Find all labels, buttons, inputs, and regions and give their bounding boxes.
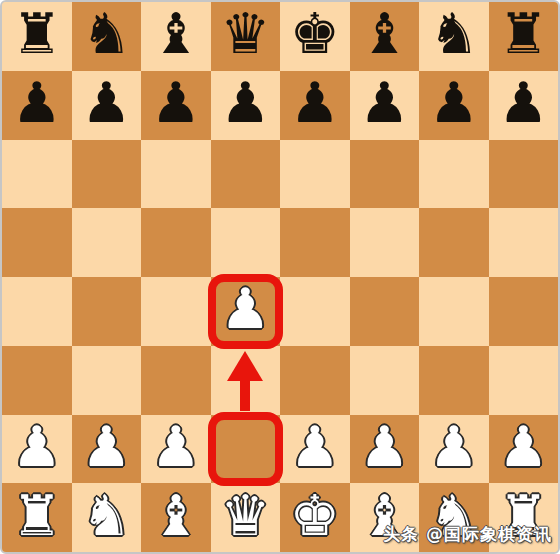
square-b8[interactable]: ♞ bbox=[72, 2, 142, 71]
square-h1[interactable]: ♜ bbox=[489, 483, 559, 552]
square-h7[interactable]: ♟ bbox=[489, 71, 559, 140]
square-e4[interactable] bbox=[280, 277, 350, 346]
square-b5[interactable] bbox=[72, 208, 142, 277]
square-c3[interactable] bbox=[141, 346, 211, 415]
square-e7[interactable]: ♟ bbox=[280, 71, 350, 140]
square-b6[interactable] bbox=[72, 140, 142, 209]
white-pawn-g2: ♟ bbox=[429, 419, 479, 475]
black-bishop-c8: ♝ bbox=[151, 6, 201, 62]
square-g1[interactable]: ♞ bbox=[419, 483, 489, 552]
square-d3[interactable] bbox=[211, 346, 281, 415]
white-pawn-a2: ♟ bbox=[12, 419, 62, 475]
square-d1[interactable]: ♛ bbox=[211, 483, 281, 552]
square-d7[interactable]: ♟ bbox=[211, 71, 281, 140]
white-king-e1: ♚ bbox=[290, 488, 340, 544]
square-f8[interactable]: ♝ bbox=[350, 2, 420, 71]
square-c1[interactable]: ♝ bbox=[141, 483, 211, 552]
black-knight-g8: ♞ bbox=[429, 6, 479, 62]
black-rook-h8: ♜ bbox=[498, 6, 548, 62]
black-pawn-a7: ♟ bbox=[12, 75, 62, 131]
white-pawn-e2: ♟ bbox=[290, 419, 340, 475]
square-h4[interactable] bbox=[489, 277, 559, 346]
square-h2[interactable]: ♟ bbox=[489, 415, 559, 484]
square-g7[interactable]: ♟ bbox=[419, 71, 489, 140]
black-pawn-c7: ♟ bbox=[151, 75, 201, 131]
square-c5[interactable] bbox=[141, 208, 211, 277]
black-pawn-f7: ♟ bbox=[359, 75, 409, 131]
square-e8[interactable]: ♚ bbox=[280, 2, 350, 71]
square-b1[interactable]: ♞ bbox=[72, 483, 142, 552]
square-c7[interactable]: ♟ bbox=[141, 71, 211, 140]
square-e5[interactable] bbox=[280, 208, 350, 277]
white-knight-g1: ♞ bbox=[429, 488, 479, 544]
black-bishop-f8: ♝ bbox=[359, 6, 409, 62]
square-a7[interactable]: ♟ bbox=[2, 71, 72, 140]
square-g4[interactable] bbox=[419, 277, 489, 346]
square-e3[interactable] bbox=[280, 346, 350, 415]
square-h3[interactable] bbox=[489, 346, 559, 415]
white-pawn-c2: ♟ bbox=[151, 419, 201, 475]
square-d5[interactable] bbox=[211, 208, 281, 277]
white-queen-d1: ♛ bbox=[220, 488, 270, 544]
square-f2[interactable]: ♟ bbox=[350, 415, 420, 484]
square-e1[interactable]: ♚ bbox=[280, 483, 350, 552]
square-d6[interactable] bbox=[211, 140, 281, 209]
square-g3[interactable] bbox=[419, 346, 489, 415]
black-rook-a8: ♜ bbox=[12, 6, 62, 62]
square-g5[interactable] bbox=[419, 208, 489, 277]
chess-board: ♜♞♝♛♚♝♞♜♟♟♟♟♟♟♟♟♟♟♟♟♟♟♟♟♜♞♝♛♚♝♞♜ bbox=[2, 2, 558, 552]
square-a4[interactable] bbox=[2, 277, 72, 346]
white-rook-a1: ♜ bbox=[12, 488, 62, 544]
black-knight-b8: ♞ bbox=[81, 6, 131, 62]
square-d4[interactable]: ♟ bbox=[211, 277, 281, 346]
black-pawn-d7: ♟ bbox=[220, 75, 270, 131]
square-c8[interactable]: ♝ bbox=[141, 2, 211, 71]
square-f3[interactable] bbox=[350, 346, 420, 415]
square-b7[interactable]: ♟ bbox=[72, 71, 142, 140]
square-e6[interactable] bbox=[280, 140, 350, 209]
square-c2[interactable]: ♟ bbox=[141, 415, 211, 484]
square-a6[interactable] bbox=[2, 140, 72, 209]
square-a3[interactable] bbox=[2, 346, 72, 415]
white-pawn-d4: ♟ bbox=[220, 281, 270, 337]
square-a5[interactable] bbox=[2, 208, 72, 277]
black-pawn-b7: ♟ bbox=[81, 75, 131, 131]
black-pawn-g7: ♟ bbox=[429, 75, 479, 131]
square-a2[interactable]: ♟ bbox=[2, 415, 72, 484]
white-pawn-h2: ♟ bbox=[498, 419, 548, 475]
white-pawn-f2: ♟ bbox=[359, 419, 409, 475]
white-pawn-b2: ♟ bbox=[81, 419, 131, 475]
square-f1[interactable]: ♝ bbox=[350, 483, 420, 552]
square-c6[interactable] bbox=[141, 140, 211, 209]
square-b2[interactable]: ♟ bbox=[72, 415, 142, 484]
square-a1[interactable]: ♜ bbox=[2, 483, 72, 552]
square-g2[interactable]: ♟ bbox=[419, 415, 489, 484]
black-pawn-h7: ♟ bbox=[498, 75, 548, 131]
square-d2[interactable] bbox=[211, 415, 281, 484]
chess-board-frame: ♜♞♝♛♚♝♞♜♟♟♟♟♟♟♟♟♟♟♟♟♟♟♟♟♜♞♝♛♚♝♞♜ 头条 @国际象… bbox=[0, 0, 560, 554]
black-pawn-e7: ♟ bbox=[290, 75, 340, 131]
black-king-e8: ♚ bbox=[290, 6, 340, 62]
square-b3[interactable] bbox=[72, 346, 142, 415]
square-f6[interactable] bbox=[350, 140, 420, 209]
square-h8[interactable]: ♜ bbox=[489, 2, 559, 71]
square-c4[interactable] bbox=[141, 277, 211, 346]
white-rook-h1: ♜ bbox=[498, 488, 548, 544]
white-bishop-c1: ♝ bbox=[151, 488, 201, 544]
square-h6[interactable] bbox=[489, 140, 559, 209]
square-f4[interactable] bbox=[350, 277, 420, 346]
square-b4[interactable] bbox=[72, 277, 142, 346]
square-e2[interactable]: ♟ bbox=[280, 415, 350, 484]
white-knight-b1: ♞ bbox=[81, 488, 131, 544]
white-bishop-f1: ♝ bbox=[359, 488, 409, 544]
square-h5[interactable] bbox=[489, 208, 559, 277]
square-g6[interactable] bbox=[419, 140, 489, 209]
square-f7[interactable]: ♟ bbox=[350, 71, 420, 140]
square-d8[interactable]: ♛ bbox=[211, 2, 281, 71]
square-f5[interactable] bbox=[350, 208, 420, 277]
square-g8[interactable]: ♞ bbox=[419, 2, 489, 71]
black-queen-d8: ♛ bbox=[220, 6, 270, 62]
square-a8[interactable]: ♜ bbox=[2, 2, 72, 71]
